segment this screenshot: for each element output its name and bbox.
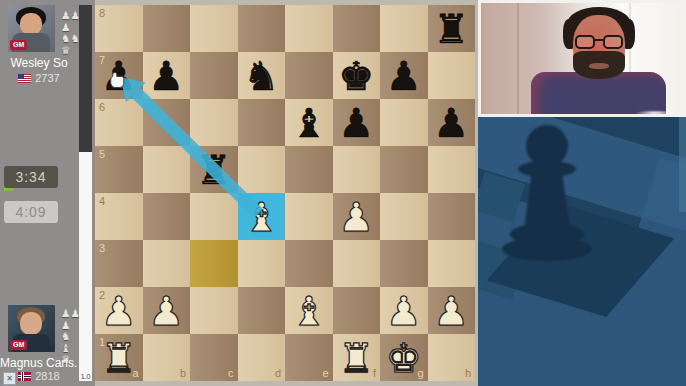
gm-badge-top: GM <box>10 40 27 50</box>
avatar-top-player: GM <box>8 5 55 52</box>
square-f2[interactable] <box>333 287 381 334</box>
rank-label: 4 <box>99 196 105 207</box>
square-h5[interactable] <box>428 146 476 193</box>
square-f5[interactable] <box>333 146 381 193</box>
close-icon[interactable]: ✕ <box>3 372 16 385</box>
piece-black-king[interactable]: ♚ <box>333 52 381 99</box>
captured-pieces-top: ♟♟♟♞♞♛ <box>61 10 81 56</box>
square-e4[interactable] <box>285 193 333 240</box>
square-a5[interactable]: 5 <box>95 146 143 193</box>
evaluation-bar: 1.0 <box>79 5 92 381</box>
light-glare <box>635 110 675 114</box>
board-area: 8♜♟7♟♞♚♟6♝♟♟5♜4♝♟3♟2♟♝♟♟♜1abcde♜f♚gh <box>95 0 481 386</box>
square-b7[interactable]: ♟ <box>143 52 191 99</box>
square-g4[interactable] <box>380 193 428 240</box>
piece-black-knight[interactable]: ♞ <box>238 52 286 99</box>
rank-label: 7 <box>99 55 105 66</box>
square-g1[interactable]: ♚g <box>380 334 428 381</box>
square-f6[interactable]: ♟ <box>333 99 381 146</box>
file-label: a <box>132 368 138 379</box>
piece-white-pawn[interactable]: ♟ <box>143 287 191 334</box>
chess-board[interactable]: 8♜♟7♟♞♚♟6♝♟♟5♜4♝♟3♟2♟♝♟♟♜1abcde♜f♚gh <box>95 5 475 381</box>
square-f1[interactable]: ♜f <box>333 334 381 381</box>
file-label: d <box>275 368 281 379</box>
square-b6[interactable] <box>143 99 191 146</box>
graphic-edge-light <box>679 117 686 212</box>
square-c5[interactable]: ♜ <box>190 146 238 193</box>
rank-label: 5 <box>99 149 105 160</box>
square-b1[interactable]: b <box>143 334 191 381</box>
flag-us-icon <box>18 74 31 83</box>
square-d8[interactable] <box>238 5 286 52</box>
square-e8[interactable] <box>285 5 333 52</box>
square-e6[interactable]: ♝ <box>285 99 333 146</box>
square-g7[interactable]: ♟ <box>380 52 428 99</box>
square-g5[interactable] <box>380 146 428 193</box>
square-a1[interactable]: ♜1a <box>95 334 143 381</box>
square-g3[interactable] <box>380 240 428 287</box>
square-g8[interactable] <box>380 5 428 52</box>
square-b5[interactable] <box>143 146 191 193</box>
person-mouth <box>589 63 609 69</box>
piece-white-bishop[interactable]: ♝ <box>238 193 286 240</box>
square-e7[interactable] <box>285 52 333 99</box>
piece-black-bishop[interactable]: ♝ <box>285 99 333 146</box>
webcam-scene <box>481 3 683 114</box>
square-h4[interactable] <box>428 193 476 240</box>
square-a7[interactable]: ♟7 <box>95 52 143 99</box>
avatar-bottom-player: GM <box>8 305 55 352</box>
square-e1[interactable]: e <box>285 334 333 381</box>
file-label: b <box>180 368 186 379</box>
piece-black-pawn[interactable]: ♟ <box>380 52 428 99</box>
rank-label: 6 <box>99 102 105 113</box>
piece-black-rook[interactable]: ♜ <box>190 146 238 193</box>
square-g6[interactable] <box>380 99 428 146</box>
piece-black-rook[interactable]: ♜ <box>428 5 476 52</box>
square-b2[interactable]: ♟ <box>143 287 191 334</box>
file-label: e <box>322 368 328 379</box>
square-f4[interactable]: ♟ <box>333 193 381 240</box>
avatar-face <box>20 312 42 335</box>
square-h2[interactable]: ♟ <box>428 287 476 334</box>
broadcast-app: GM ♟♟♟♞♞♛ Wesley So 2737 3:34 4:09 GM ♟♟… <box>0 0 686 386</box>
rank-label: 2 <box>99 290 105 301</box>
piece-white-pawn[interactable]: ♟ <box>333 193 381 240</box>
square-d5[interactable] <box>238 146 286 193</box>
square-f8[interactable] <box>333 5 381 52</box>
chess-graphic-panel <box>478 117 686 386</box>
rank-label: 1 <box>99 337 105 348</box>
clock-top-player: 3:34 <box>4 166 58 188</box>
file-label: c <box>228 368 234 379</box>
square-a4[interactable]: 4 <box>95 193 143 240</box>
square-h1[interactable]: h <box>428 334 476 381</box>
square-c6[interactable] <box>190 99 238 146</box>
piece-black-pawn[interactable]: ♟ <box>333 99 381 146</box>
square-a3[interactable]: 3 <box>95 240 143 287</box>
square-c8[interactable] <box>190 5 238 52</box>
webcam-video[interactable] <box>478 0 686 117</box>
piece-white-pawn[interactable]: ♟ <box>428 287 476 334</box>
square-b8[interactable] <box>143 5 191 52</box>
file-label: g <box>417 368 423 379</box>
piece-white-bishop[interactable]: ♝ <box>285 287 333 334</box>
clock-bottom-player: 4:09 <box>4 201 58 223</box>
piece-black-pawn[interactable]: ♟ <box>143 52 191 99</box>
piece-white-pawn[interactable]: ♟ <box>380 287 428 334</box>
piece-black-pawn[interactable]: ♟ <box>428 99 476 146</box>
player-sidebar: GM ♟♟♟♞♞♛ Wesley So 2737 3:34 4:09 GM ♟♟… <box>0 0 95 386</box>
glasses-icon <box>574 35 624 50</box>
square-b3[interactable] <box>143 240 191 287</box>
evaluation-bar-white <box>79 152 92 381</box>
flag-no-icon <box>18 372 31 381</box>
square-e3[interactable] <box>285 240 333 287</box>
square-d3[interactable] <box>238 240 286 287</box>
square-d2[interactable] <box>238 287 286 334</box>
square-h3[interactable] <box>428 240 476 287</box>
gm-badge-bottom: GM <box>10 340 27 350</box>
file-label: h <box>465 368 471 379</box>
square-h7[interactable] <box>428 52 476 99</box>
evaluation-value: 1.0 <box>79 373 92 380</box>
square-f7[interactable]: ♚ <box>333 52 381 99</box>
avatar-face <box>20 13 42 35</box>
square-a6[interactable]: 6 <box>95 99 143 146</box>
background-door-edge <box>517 3 519 114</box>
square-e5[interactable] <box>285 146 333 193</box>
player-rating-top: 2737 <box>0 72 78 84</box>
square-b4[interactable] <box>143 193 191 240</box>
rank-label: 8 <box>99 8 105 19</box>
square-d1[interactable]: d <box>238 334 286 381</box>
square-c4[interactable] <box>190 193 238 240</box>
active-turn-indicator <box>4 188 13 191</box>
square-d7[interactable]: ♞ <box>238 52 286 99</box>
player-name-bottom: Magnus Carls... <box>0 356 78 370</box>
square-d4[interactable]: ♝ <box>238 193 286 240</box>
square-h8[interactable]: ♜ <box>428 5 476 52</box>
square-d6[interactable] <box>238 99 286 146</box>
player-name-top: Wesley So <box>0 56 78 70</box>
square-f3[interactable] <box>333 240 381 287</box>
rank-label: 3 <box>99 243 105 254</box>
square-g2[interactable]: ♟ <box>380 287 428 334</box>
file-label: f <box>373 368 376 379</box>
square-c7[interactable] <box>190 52 238 99</box>
square-a8[interactable]: 8 <box>95 5 143 52</box>
square-a2[interactable]: ♟2 <box>95 287 143 334</box>
square-e2[interactable]: ♝ <box>285 287 333 334</box>
square-c2[interactable] <box>190 287 238 334</box>
square-h6[interactable]: ♟ <box>428 99 476 146</box>
square-c1[interactable]: c <box>190 334 238 381</box>
square-c3[interactable] <box>190 240 238 287</box>
